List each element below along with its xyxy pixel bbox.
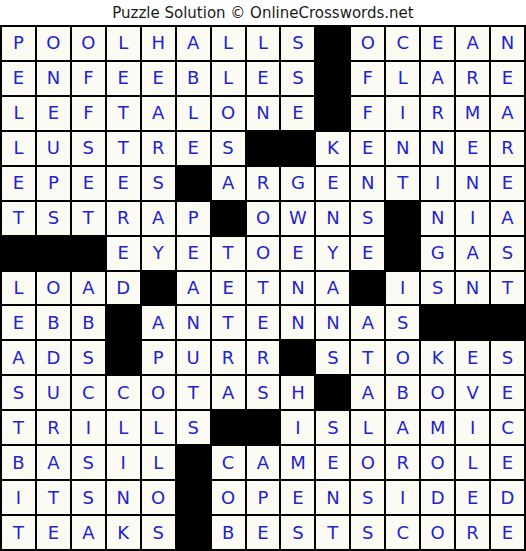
letter-cell: I [281,411,314,444]
letter-cell: D [421,481,454,514]
letter-cell: R [142,132,175,165]
letter-cell: C [72,376,105,409]
letter-cell: L [142,446,175,479]
letter-cell: T [177,376,210,409]
letter-cell: O [142,481,175,514]
letter-cell: L [107,411,140,444]
letter-cell: R [37,411,70,444]
letter-cell: O [212,97,245,130]
letter-cell: L [351,411,384,444]
letter-cell: R [247,167,280,200]
letter-cell: B [386,376,419,409]
letter-cell: I [2,481,35,514]
letter-cell: A [491,202,524,235]
letter-cell: E [37,516,70,549]
letter-cell: N [456,272,489,305]
letter-cell: K [421,341,454,374]
letter-cell: I [72,411,105,444]
letter-cell: N [37,62,70,95]
black-cell [491,306,524,339]
letter-cell: C [491,411,524,444]
letter-cell: D [491,481,524,514]
letter-cell: P [142,341,175,374]
letter-cell: O [421,446,454,479]
letter-cell: E [456,341,489,374]
letter-cell: T [2,411,35,444]
letter-cell: S [142,167,175,200]
letter-cell: N [316,481,349,514]
black-cell [421,306,454,339]
letter-cell: S [386,306,419,339]
letter-cell: A [456,27,489,60]
letter-cell: S [281,62,314,95]
letter-cell: K [316,132,349,165]
letter-cell: A [142,97,175,130]
letter-cell: C [386,27,419,60]
letter-cell: A [456,237,489,270]
letter-cell: F [72,97,105,130]
letter-cell: W [281,202,314,235]
black-cell [177,446,210,479]
letter-cell: A [386,411,419,444]
letter-cell: T [107,132,140,165]
letter-cell: N [316,202,349,235]
letter-cell: S [316,411,349,444]
letter-cell: I [386,97,419,130]
letter-cell: L [107,27,140,60]
letter-cell: B [2,446,35,479]
letter-cell: D [37,341,70,374]
letter-cell: I [107,446,140,479]
letter-cell: S [72,481,105,514]
letter-cell: T [247,272,280,305]
letter-cell: T [37,481,70,514]
letter-cell: N [177,306,210,339]
black-cell [177,481,210,514]
letter-cell: T [212,237,245,270]
black-cell [212,411,245,444]
letter-cell: S [247,376,280,409]
letter-cell: S [351,481,384,514]
letter-cell: U [37,132,70,165]
letter-cell: O [421,376,454,409]
letter-cell: T [491,272,524,305]
letter-cell: A [37,446,70,479]
black-cell [386,202,419,235]
letter-cell: B [37,306,70,339]
black-cell [316,97,349,130]
black-cell [281,341,314,374]
letter-cell: G [281,167,314,200]
letter-cell: E [281,237,314,270]
letter-cell: M [281,446,314,479]
letter-cell: S [2,376,35,409]
letter-cell: K [107,516,140,549]
letter-cell: L [2,97,35,130]
letter-cell: P [247,481,280,514]
letter-cell: L [177,97,210,130]
letter-cell: E [281,97,314,130]
letter-cell: E [247,516,280,549]
letter-cell: E [107,62,140,95]
letter-cell: O [386,341,419,374]
black-cell [281,132,314,165]
letter-cell: S [351,202,384,235]
letter-cell: R [491,132,524,165]
letter-cell: V [456,376,489,409]
letter-cell: S [72,341,105,374]
letter-cell: G [421,237,454,270]
letter-cell: E [37,97,70,130]
letter-cell: E [456,132,489,165]
letter-cell: N [386,132,419,165]
letter-cell: S [316,341,349,374]
black-cell [107,341,140,374]
black-cell [456,306,489,339]
letter-cell: S [281,516,314,549]
letter-cell: O [421,516,454,549]
letter-cell: L [456,446,489,479]
letter-cell: N [421,202,454,235]
letter-cell: E [107,237,140,270]
letter-cell: A [247,446,280,479]
letter-cell: L [386,62,419,95]
letter-cell: C [107,376,140,409]
letter-cell: N [491,27,524,60]
letter-cell: E [2,167,35,200]
letter-cell: L [212,62,245,95]
letter-cell: R [247,341,280,374]
black-cell [72,237,105,270]
letter-cell: S [72,446,105,479]
letter-cell: A [142,306,175,339]
letter-cell: M [456,97,489,130]
letter-cell: N [281,306,314,339]
letter-cell: O [37,272,70,305]
black-cell [247,132,280,165]
letter-cell: I [421,167,454,200]
letter-cell: S [421,272,454,305]
puzzle-solution-page: Puzzle Solution © OnlineCrosswords.net P… [0,0,526,551]
black-cell [351,272,384,305]
letter-cell: S [351,516,384,549]
letter-cell: B [72,306,105,339]
letter-cell: B [177,62,210,95]
letter-cell: E [491,446,524,479]
letter-cell: T [316,516,349,549]
letter-cell: A [2,341,35,374]
letter-cell: F [351,97,384,130]
letter-cell: P [37,167,70,200]
letter-cell: E [247,306,280,339]
letter-cell: F [351,62,384,95]
letter-cell: A [316,272,349,305]
letter-cell: E [2,62,35,95]
letter-cell: S [37,202,70,235]
letter-cell: E [247,62,280,95]
letter-cell: R [386,446,419,479]
black-cell [177,516,210,549]
letter-cell: R [421,97,454,130]
letter-cell: L [2,272,35,305]
letter-cell: S [212,132,245,165]
letter-cell: A [72,516,105,549]
letter-cell: E [491,376,524,409]
letter-cell: S [177,411,210,444]
black-cell [177,167,210,200]
page-title: Puzzle Solution © OnlineCrosswords.net [0,0,526,25]
letter-cell: N [421,132,454,165]
letter-cell: L [142,411,175,444]
letter-cell: T [212,306,245,339]
letter-cell: O [351,446,384,479]
letter-cell: D [107,272,140,305]
letter-cell: E [421,27,454,60]
letter-cell: S [491,237,524,270]
letter-cell: S [491,341,524,374]
letter-cell: I [456,411,489,444]
letter-cell: I [386,272,419,305]
letter-cell: N [281,272,314,305]
letter-cell: S [281,27,314,60]
letter-cell: N [107,481,140,514]
letter-cell: E [351,132,384,165]
letter-cell: E [177,132,210,165]
letter-cell: F [72,62,105,95]
black-cell [316,376,349,409]
black-cell [386,237,419,270]
letter-cell: R [107,202,140,235]
letter-cell: Y [142,237,175,270]
letter-cell: U [37,376,70,409]
black-cell [142,272,175,305]
letter-cell: H [142,27,175,60]
letter-cell: O [247,202,280,235]
crossword-grid: POOLHALLSOCEANENFEEBLESFLARELEFTALONEFIR… [0,25,526,551]
letter-cell: E [491,62,524,95]
letter-cell: O [351,27,384,60]
letter-cell: A [351,376,384,409]
letter-cell: A [142,202,175,235]
letter-cell: E [281,481,314,514]
letter-cell: E [212,272,245,305]
letter-cell: L [2,132,35,165]
letter-cell: E [72,167,105,200]
letter-cell: E [107,167,140,200]
black-cell [316,27,349,60]
letter-cell: E [351,237,384,270]
letter-cell: E [316,446,349,479]
letter-cell: C [212,446,245,479]
letter-cell: T [2,516,35,549]
letter-cell: Y [316,237,349,270]
letter-cell: R [456,516,489,549]
letter-cell: O [142,376,175,409]
letter-cell: E [316,167,349,200]
black-cell [37,237,70,270]
letter-cell: T [2,202,35,235]
black-cell [2,237,35,270]
black-cell [247,411,280,444]
letter-cell: E [491,516,524,549]
letter-cell: A [351,306,384,339]
letter-cell: A [177,27,210,60]
letter-cell: R [456,62,489,95]
letter-cell: T [107,97,140,130]
letter-cell: T [386,167,419,200]
letter-cell: N [247,97,280,130]
letter-cell: E [177,237,210,270]
letter-cell: A [421,62,454,95]
letter-cell: T [351,341,384,374]
letter-cell: S [72,132,105,165]
letter-cell: O [212,481,245,514]
letter-cell: S [142,516,175,549]
letter-cell: N [351,167,384,200]
letter-cell: I [386,481,419,514]
black-cell [107,306,140,339]
letter-cell: N [316,306,349,339]
letter-cell: L [247,27,280,60]
letter-cell: E [491,167,524,200]
letter-cell: P [2,27,35,60]
letter-cell: O [37,27,70,60]
letter-cell: A [212,167,245,200]
letter-cell: C [386,516,419,549]
letter-cell: A [72,272,105,305]
letter-cell: A [212,376,245,409]
letter-cell: M [421,411,454,444]
letter-cell: A [491,97,524,130]
letter-cell: E [2,306,35,339]
black-cell [316,62,349,95]
letter-cell: O [72,27,105,60]
letter-cell: B [212,516,245,549]
letter-cell: U [177,341,210,374]
letter-cell: A [177,272,210,305]
letter-cell: O [247,237,280,270]
black-cell [212,202,245,235]
letter-cell: E [142,62,175,95]
letter-cell: H [281,376,314,409]
letter-cell: N [456,167,489,200]
letter-cell: I [456,202,489,235]
letter-cell: E [456,481,489,514]
letter-cell: T [72,202,105,235]
letter-cell: P [177,202,210,235]
letter-cell: R [212,341,245,374]
letter-cell: L [212,27,245,60]
